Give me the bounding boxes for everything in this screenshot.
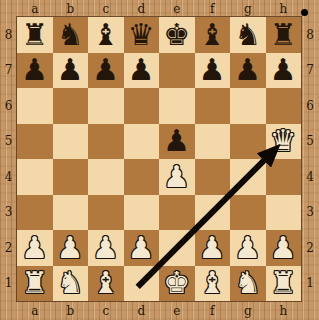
square-d5[interactable] <box>124 124 160 160</box>
square-g7[interactable]: ♟ <box>230 53 266 89</box>
file-labels-bottom: abcdefgh <box>17 301 301 320</box>
square-d1[interactable] <box>124 266 160 302</box>
white-knight: ♞ <box>230 266 266 302</box>
square-d7[interactable]: ♟ <box>124 53 160 89</box>
white-pawn: ♟ <box>88 230 124 266</box>
square-c7[interactable]: ♟ <box>88 53 124 89</box>
file-label-top-d: d <box>124 0 160 17</box>
rank-label-left-7: 7 <box>0 53 17 89</box>
square-d4[interactable] <box>124 159 160 195</box>
square-g6[interactable] <box>230 88 266 124</box>
chess-board[interactable]: ♜♞♝♛♚♝♞♜♟♟♟♟♟♟♟♟♛♟♟♟♟♟♟♟♟♜♞♝♚♝♞♜ <box>17 17 301 301</box>
square-f3[interactable] <box>195 195 231 231</box>
rank-label-right-2: 2 <box>301 230 319 266</box>
square-b4[interactable] <box>53 159 89 195</box>
white-bishop: ♝ <box>195 266 231 302</box>
square-c1[interactable]: ♝ <box>88 266 124 302</box>
square-f8[interactable]: ♝ <box>195 17 231 53</box>
file-label-top-a: a <box>17 0 53 17</box>
black-rook: ♜ <box>266 17 302 53</box>
square-e4[interactable]: ♟ <box>159 159 195 195</box>
square-b8[interactable]: ♞ <box>53 17 89 53</box>
square-c4[interactable] <box>88 159 124 195</box>
square-g4[interactable] <box>230 159 266 195</box>
square-b6[interactable] <box>53 88 89 124</box>
square-a8[interactable]: ♜ <box>17 17 53 53</box>
rank-label-left-3: 3 <box>0 195 17 231</box>
rank-label-left-2: 2 <box>0 230 17 266</box>
file-label-bottom-c: c <box>88 301 124 320</box>
black-pawn: ♟ <box>88 53 124 89</box>
white-king: ♚ <box>159 266 195 302</box>
square-f6[interactable] <box>195 88 231 124</box>
square-g3[interactable] <box>230 195 266 231</box>
rank-label-right-4: 4 <box>301 159 319 195</box>
file-label-top-h: h <box>266 0 302 17</box>
file-labels-top: abcdefgh <box>17 0 301 17</box>
square-h6[interactable] <box>266 88 302 124</box>
square-f2[interactable]: ♟ <box>195 230 231 266</box>
square-d8[interactable]: ♛ <box>124 17 160 53</box>
black-queen: ♛ <box>124 17 160 53</box>
square-b3[interactable] <box>53 195 89 231</box>
square-e8[interactable]: ♚ <box>159 17 195 53</box>
file-label-bottom-h: h <box>266 301 302 320</box>
square-h2[interactable]: ♟ <box>266 230 302 266</box>
white-rook: ♜ <box>17 266 53 302</box>
square-g2[interactable]: ♟ <box>230 230 266 266</box>
square-b7[interactable]: ♟ <box>53 53 89 89</box>
black-bishop: ♝ <box>195 17 231 53</box>
rank-label-right-5: 5 <box>301 124 319 160</box>
square-e1[interactable]: ♚ <box>159 266 195 302</box>
square-d2[interactable]: ♟ <box>124 230 160 266</box>
square-g1[interactable]: ♞ <box>230 266 266 302</box>
square-h7[interactable]: ♟ <box>266 53 302 89</box>
black-pawn: ♟ <box>195 53 231 89</box>
black-pawn: ♟ <box>266 53 302 89</box>
square-c2[interactable]: ♟ <box>88 230 124 266</box>
square-c8[interactable]: ♝ <box>88 17 124 53</box>
rank-label-right-6: 6 <box>301 88 319 124</box>
black-pawn: ♟ <box>53 53 89 89</box>
file-label-top-b: b <box>53 0 89 17</box>
square-e7[interactable] <box>159 53 195 89</box>
square-e3[interactable] <box>159 195 195 231</box>
square-e5[interactable]: ♟ <box>159 124 195 160</box>
square-a7[interactable]: ♟ <box>17 53 53 89</box>
square-a6[interactable] <box>17 88 53 124</box>
black-knight: ♞ <box>230 17 266 53</box>
square-f7[interactable]: ♟ <box>195 53 231 89</box>
black-king: ♚ <box>159 17 195 53</box>
white-pawn: ♟ <box>266 230 302 266</box>
white-pawn: ♟ <box>159 159 195 195</box>
square-c6[interactable] <box>88 88 124 124</box>
rank-labels-right: 87654321 <box>301 17 319 301</box>
square-h5[interactable]: ♛ <box>266 124 302 160</box>
rank-label-right-3: 3 <box>301 195 319 231</box>
white-pawn: ♟ <box>53 230 89 266</box>
square-a3[interactable] <box>17 195 53 231</box>
white-queen: ♛ <box>266 124 302 160</box>
white-pawn: ♟ <box>17 230 53 266</box>
square-h8[interactable]: ♜ <box>266 17 302 53</box>
file-label-top-f: f <box>195 0 231 17</box>
white-knight: ♞ <box>53 266 89 302</box>
square-e2[interactable] <box>159 230 195 266</box>
square-d3[interactable] <box>124 195 160 231</box>
square-g5[interactable] <box>230 124 266 160</box>
file-label-top-e: e <box>159 0 195 17</box>
rank-labels-left: 87654321 <box>0 17 17 301</box>
file-label-bottom-a: a <box>17 301 53 320</box>
square-g8[interactable]: ♞ <box>230 17 266 53</box>
black-pawn: ♟ <box>230 53 266 89</box>
white-pawn: ♟ <box>195 230 231 266</box>
square-a5[interactable] <box>17 124 53 160</box>
square-h1[interactable]: ♜ <box>266 266 302 302</box>
square-f5[interactable] <box>195 124 231 160</box>
black-pawn: ♟ <box>17 53 53 89</box>
black-pawn: ♟ <box>124 53 160 89</box>
rank-label-left-6: 6 <box>0 88 17 124</box>
file-label-bottom-g: g <box>230 301 266 320</box>
file-label-top-c: c <box>88 0 124 17</box>
white-pawn: ♟ <box>230 230 266 266</box>
rank-label-right-8: 8 <box>301 17 319 53</box>
rank-label-left-1: 1 <box>0 266 17 302</box>
black-knight: ♞ <box>53 17 89 53</box>
rank-label-left-4: 4 <box>0 159 17 195</box>
file-label-bottom-f: f <box>195 301 231 320</box>
rank-label-left-5: 5 <box>0 124 17 160</box>
square-c5[interactable] <box>88 124 124 160</box>
square-b2[interactable]: ♟ <box>53 230 89 266</box>
file-label-bottom-b: b <box>53 301 89 320</box>
square-e6[interactable] <box>159 88 195 124</box>
square-f4[interactable] <box>195 159 231 195</box>
square-a4[interactable] <box>17 159 53 195</box>
rank-label-right-7: 7 <box>301 53 319 89</box>
square-a1[interactable]: ♜ <box>17 266 53 302</box>
square-c3[interactable] <box>88 195 124 231</box>
white-bishop: ♝ <box>88 266 124 302</box>
file-label-top-g: g <box>230 0 266 17</box>
rank-label-left-8: 8 <box>0 17 17 53</box>
square-d6[interactable] <box>124 88 160 124</box>
square-f1[interactable]: ♝ <box>195 266 231 302</box>
square-b5[interactable] <box>53 124 89 160</box>
black-pawn: ♟ <box>159 124 195 160</box>
square-h4[interactable] <box>266 159 302 195</box>
square-a2[interactable]: ♟ <box>17 230 53 266</box>
square-h3[interactable] <box>266 195 302 231</box>
white-rook: ♜ <box>266 266 302 302</box>
chess-diagram: abcdefgh abcdefgh 87654321 87654321 ♜♞♝♛… <box>0 0 319 320</box>
white-pawn: ♟ <box>124 230 160 266</box>
square-b1[interactable]: ♞ <box>53 266 89 302</box>
black-rook: ♜ <box>17 17 53 53</box>
file-label-bottom-e: e <box>159 301 195 320</box>
black-to-move-indicator <box>301 9 308 16</box>
file-label-bottom-d: d <box>124 301 160 320</box>
rank-label-right-1: 1 <box>301 266 319 302</box>
black-bishop: ♝ <box>88 17 124 53</box>
